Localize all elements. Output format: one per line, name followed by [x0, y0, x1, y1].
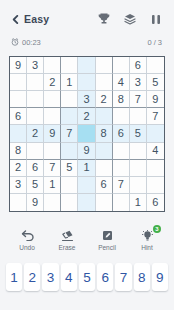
cell-r6c3[interactable] [44, 143, 61, 160]
cell-r6c5[interactable]: 9 [78, 143, 95, 160]
numpad-key-2[interactable]: 2 [24, 263, 40, 291]
cell-r9c1[interactable] [10, 194, 27, 211]
cell-r6c1[interactable]: 8 [10, 143, 27, 160]
erase-label: Erase [59, 244, 76, 251]
cell-r2c4[interactable]: 1 [61, 74, 78, 91]
cell-r9c5[interactable] [78, 194, 95, 211]
hint-label: Hint [141, 244, 153, 251]
cell-r6c9[interactable]: 4 [147, 143, 164, 160]
cell-r5c4[interactable]: 7 [61, 125, 78, 142]
cell-r8c9[interactable] [147, 177, 164, 194]
cell-r8c4[interactable] [61, 177, 78, 194]
cell-r4c9[interactable]: 7 [147, 108, 164, 125]
cell-r1c4[interactable] [61, 57, 78, 74]
cell-r4c5[interactable]: 2 [78, 108, 95, 125]
cell-r1c3[interactable] [44, 57, 61, 74]
cell-r7c9[interactable] [147, 160, 164, 177]
theme-icon[interactable] [123, 13, 136, 26]
cell-r2c7[interactable]: 4 [113, 74, 130, 91]
cell-r8c7[interactable]: 7 [113, 177, 130, 194]
numpad-key-7[interactable]: 7 [115, 263, 131, 291]
cell-r7c5[interactable]: 1 [78, 160, 95, 177]
cell-r8c6[interactable]: 6 [96, 177, 113, 194]
cell-r1c8[interactable]: 6 [130, 57, 147, 74]
cell-r5c3[interactable]: 9 [44, 125, 61, 142]
sudoku-grid: 93621435328796272978658942675135167916 [10, 57, 164, 211]
cell-r4c6[interactable] [96, 108, 113, 125]
header: Easy [0, 8, 174, 30]
difficulty-label: Easy [24, 13, 49, 25]
cell-r5c7[interactable]: 6 [113, 125, 130, 142]
cell-r2c2[interactable] [27, 74, 44, 91]
timer-value: 00:23 [22, 38, 41, 47]
cell-r5c6[interactable]: 8 [96, 125, 113, 142]
cell-r5c1[interactable] [10, 125, 27, 142]
cell-r4c8[interactable] [130, 108, 147, 125]
numpad-key-6[interactable]: 6 [97, 263, 113, 291]
cell-r3c6[interactable]: 2 [96, 91, 113, 108]
cell-r8c3[interactable]: 1 [44, 177, 61, 194]
cell-r9c6[interactable] [96, 194, 113, 211]
erase-button[interactable]: Erase [54, 229, 80, 259]
cell-r7c6[interactable] [96, 160, 113, 177]
cell-r6c4[interactable] [61, 143, 78, 160]
cell-r7c4[interactable]: 5 [61, 160, 78, 177]
cell-r4c3[interactable] [44, 108, 61, 125]
numpad-key-3[interactable]: 3 [42, 263, 58, 291]
cell-r3c8[interactable]: 7 [130, 91, 147, 108]
cell-r9c7[interactable] [113, 194, 130, 211]
pause-icon[interactable] [149, 13, 162, 26]
cell-r1c1[interactable]: 9 [10, 57, 27, 74]
cell-r9c4[interactable] [61, 194, 78, 211]
cell-r2c3[interactable]: 2 [44, 74, 61, 91]
cell-r1c2[interactable]: 3 [27, 57, 44, 74]
cell-r8c1[interactable]: 3 [10, 177, 27, 194]
cell-r4c4[interactable] [61, 108, 78, 125]
cell-r2c8[interactable]: 3 [130, 74, 147, 91]
numpad-key-1[interactable]: 1 [6, 263, 22, 291]
trophy-icon[interactable] [97, 13, 110, 26]
cell-r4c1[interactable]: 6 [10, 108, 27, 125]
toolbar: Undo Erase Pencil 3 [0, 229, 174, 259]
header-icons [97, 13, 162, 26]
cell-r7c8[interactable] [130, 160, 147, 177]
hint-badge: 3 [153, 225, 161, 233]
cell-r1c9[interactable] [147, 57, 164, 74]
numpad-key-8[interactable]: 8 [134, 263, 150, 291]
cell-r3c5[interactable]: 3 [78, 91, 95, 108]
numpad-key-5[interactable]: 5 [79, 263, 95, 291]
cell-r1c6[interactable] [96, 57, 113, 74]
cell-r8c8[interactable] [130, 177, 147, 194]
pencil-label: Pencil [98, 244, 116, 251]
cell-r2c1[interactable] [10, 74, 27, 91]
cell-r4c2[interactable] [27, 108, 44, 125]
cell-r1c7[interactable] [113, 57, 130, 74]
cell-r5c5[interactable] [78, 125, 95, 142]
cell-r9c2[interactable]: 9 [27, 194, 44, 211]
undo-label: Undo [19, 244, 35, 251]
status-row: 00:23 0 / 3 [0, 35, 174, 49]
pencil-button[interactable]: Pencil [94, 229, 120, 259]
back-button[interactable] [6, 10, 24, 28]
cell-r5c8[interactable]: 5 [130, 125, 147, 142]
cell-r3c2[interactable] [27, 91, 44, 108]
cell-r4c7[interactable] [113, 108, 130, 125]
cell-r3c1[interactable] [10, 91, 27, 108]
hint-lightbulb-icon [141, 229, 154, 242]
cell-r6c8[interactable] [130, 143, 147, 160]
numpad-key-4[interactable]: 4 [61, 263, 77, 291]
cell-r8c5[interactable] [78, 177, 95, 194]
cell-r3c4[interactable] [61, 91, 78, 108]
cell-r5c9[interactable] [147, 125, 164, 142]
pencil-icon [101, 229, 114, 242]
clock-icon [11, 38, 19, 46]
hint-button[interactable]: 3 Hint [134, 229, 160, 259]
cell-r6c6[interactable] [96, 143, 113, 160]
chevron-left-icon [11, 15, 20, 24]
cell-r2c5[interactable] [78, 74, 95, 91]
sudoku-board: 93621435328796272978658942675135167916 [9, 56, 165, 212]
cell-r9c8[interactable]: 1 [130, 194, 147, 211]
cell-r3c9[interactable]: 9 [147, 91, 164, 108]
cell-r6c2[interactable] [27, 143, 44, 160]
numpad-key-9[interactable]: 9 [152, 263, 168, 291]
cell-r8c2[interactable]: 5 [27, 177, 44, 194]
cell-r6c7[interactable] [113, 143, 130, 160]
cell-r3c3[interactable] [44, 91, 61, 108]
cell-r9c9[interactable]: 6 [147, 194, 164, 211]
undo-icon [21, 229, 34, 242]
timer: 00:23 [11, 38, 41, 47]
cell-r9c3[interactable] [44, 194, 61, 211]
cell-r7c1[interactable]: 2 [10, 160, 27, 177]
cell-r1c5[interactable] [78, 57, 95, 74]
cell-r7c7[interactable] [113, 160, 130, 177]
mistakes-counter: 0 / 3 [147, 38, 162, 47]
cell-r2c6[interactable] [96, 74, 113, 91]
cell-r7c3[interactable]: 7 [44, 160, 61, 177]
eraser-icon [61, 229, 74, 242]
cell-r3c7[interactable]: 8 [113, 91, 130, 108]
cell-r7c2[interactable]: 6 [27, 160, 44, 177]
number-pad: 123456789 [6, 263, 168, 291]
cell-r5c2[interactable]: 2 [27, 125, 44, 142]
cell-r2c9[interactable]: 5 [147, 74, 164, 91]
undo-button[interactable]: Undo [14, 229, 40, 259]
